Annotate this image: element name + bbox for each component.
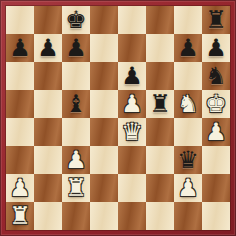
square-a6[interactable] (6, 62, 34, 90)
square-f8[interactable] (146, 6, 174, 34)
square-e4[interactable]: ♛ (118, 118, 146, 146)
black-pawn-h7[interactable]: ♟ (205, 34, 227, 62)
black-bishop-c5[interactable]: ♝ (65, 90, 87, 118)
black-pawn-g7[interactable]: ♟ (177, 34, 199, 62)
square-g1[interactable] (174, 202, 202, 230)
square-a5[interactable] (6, 90, 34, 118)
square-g3[interactable]: ♛ (174, 146, 202, 174)
square-b5[interactable] (34, 90, 62, 118)
square-b4[interactable] (34, 118, 62, 146)
black-queen-g3[interactable]: ♛ (177, 146, 199, 174)
square-e2[interactable] (118, 174, 146, 202)
square-h6[interactable]: ♞ (202, 62, 230, 90)
square-b3[interactable] (34, 146, 62, 174)
square-a2[interactable]: ♟ (6, 174, 34, 202)
square-c3[interactable]: ♟ (62, 146, 90, 174)
square-g5[interactable]: ♞ (174, 90, 202, 118)
square-g4[interactable] (174, 118, 202, 146)
square-f5[interactable]: ♜ (146, 90, 174, 118)
white-pawn-g2[interactable]: ♟ (177, 174, 199, 202)
square-e5[interactable]: ♟ (118, 90, 146, 118)
square-e1[interactable] (118, 202, 146, 230)
square-f2[interactable] (146, 174, 174, 202)
square-c4[interactable] (62, 118, 90, 146)
square-c6[interactable] (62, 62, 90, 90)
square-a1[interactable]: ♜ (6, 202, 34, 230)
square-c2[interactable]: ♜ (62, 174, 90, 202)
black-pawn-c7[interactable]: ♟ (65, 34, 87, 62)
white-pawn-c3[interactable]: ♟ (65, 146, 87, 174)
square-d2[interactable] (90, 174, 118, 202)
square-a7[interactable]: ♟ (6, 34, 34, 62)
square-g7[interactable]: ♟ (174, 34, 202, 62)
square-c5[interactable]: ♝ (62, 90, 90, 118)
square-h5[interactable]: ♚ (202, 90, 230, 118)
square-e7[interactable] (118, 34, 146, 62)
square-h7[interactable]: ♟ (202, 34, 230, 62)
black-rook-f5[interactable]: ♜ (149, 90, 171, 118)
square-d6[interactable] (90, 62, 118, 90)
white-knight-g5[interactable]: ♞ (177, 90, 199, 118)
square-f6[interactable] (146, 62, 174, 90)
square-b2[interactable] (34, 174, 62, 202)
square-b8[interactable] (34, 6, 62, 34)
white-queen-e4[interactable]: ♛ (121, 118, 143, 146)
square-d3[interactable] (90, 146, 118, 174)
square-e3[interactable] (118, 146, 146, 174)
square-h2[interactable] (202, 174, 230, 202)
square-c1[interactable] (62, 202, 90, 230)
black-pawn-e6[interactable]: ♟ (121, 62, 143, 90)
white-pawn-e5[interactable]: ♟ (121, 90, 143, 118)
square-a8[interactable] (6, 6, 34, 34)
white-king-h5[interactable]: ♚ (205, 90, 227, 118)
square-d4[interactable] (90, 118, 118, 146)
square-d7[interactable] (90, 34, 118, 62)
square-d8[interactable] (90, 6, 118, 34)
square-f3[interactable] (146, 146, 174, 174)
black-pawn-b7[interactable]: ♟ (37, 34, 59, 62)
square-f4[interactable] (146, 118, 174, 146)
white-pawn-h4[interactable]: ♟ (205, 118, 227, 146)
square-f7[interactable] (146, 34, 174, 62)
white-rook-a1[interactable]: ♜ (9, 202, 31, 230)
square-h8[interactable]: ♜ (202, 6, 230, 34)
black-knight-h6[interactable]: ♞ (205, 62, 227, 90)
square-c7[interactable]: ♟ (62, 34, 90, 62)
square-e8[interactable] (118, 6, 146, 34)
square-h1[interactable] (202, 202, 230, 230)
black-rook-h8[interactable]: ♜ (205, 6, 227, 34)
square-h3[interactable] (202, 146, 230, 174)
square-d1[interactable] (90, 202, 118, 230)
square-d5[interactable] (90, 90, 118, 118)
square-a3[interactable] (6, 146, 34, 174)
square-a4[interactable] (6, 118, 34, 146)
square-b7[interactable]: ♟ (34, 34, 62, 62)
black-pawn-a7[interactable]: ♟ (9, 34, 31, 62)
square-g2[interactable]: ♟ (174, 174, 202, 202)
square-b6[interactable] (34, 62, 62, 90)
square-g8[interactable] (174, 6, 202, 34)
square-b1[interactable] (34, 202, 62, 230)
white-pawn-a2[interactable]: ♟ (9, 174, 31, 202)
square-c8[interactable]: ♚ (62, 6, 90, 34)
square-h4[interactable]: ♟ (202, 118, 230, 146)
square-g6[interactable] (174, 62, 202, 90)
black-king-c8[interactable]: ♚ (65, 6, 87, 34)
white-rook-c2[interactable]: ♜ (65, 174, 87, 202)
chess-board: ♚♜♟♟♟♟♟♟♞♝♟♜♞♚♛♟♟♛♟♜♟♜ (6, 6, 230, 230)
board-frame: ♚♜♟♟♟♟♟♟♞♝♟♜♞♚♛♟♟♛♟♜♟♜ (0, 0, 236, 236)
square-e6[interactable]: ♟ (118, 62, 146, 90)
square-f1[interactable] (146, 202, 174, 230)
